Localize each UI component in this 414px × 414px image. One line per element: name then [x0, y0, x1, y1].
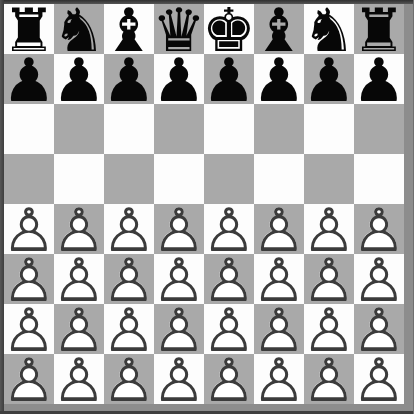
white-pawn-icon: ♟ [304, 255, 354, 305]
white-pawn-icon: ♟ [204, 355, 254, 405]
white-pawn-outline-icon: ♙ [354, 255, 404, 305]
square-e6[interactable] [204, 104, 254, 154]
square-d8[interactable]: ♛ [154, 4, 204, 54]
square-c2[interactable]: ♟♙ [104, 304, 154, 354]
square-c8[interactable]: ♝ [104, 4, 154, 54]
white-pawn-icon: ♟ [104, 255, 154, 305]
square-b3[interactable]: ♟♙ [54, 254, 104, 304]
square-h6[interactable] [354, 104, 404, 154]
white-pawn-icon: ♟ [254, 305, 304, 355]
square-c3[interactable]: ♟♙ [104, 254, 154, 304]
white-pawn-outline-icon: ♙ [104, 255, 154, 305]
square-a3[interactable]: ♟♙ [4, 254, 54, 304]
square-c1[interactable]: ♟♙ [104, 354, 154, 404]
white-pawn-outline-icon: ♙ [154, 205, 204, 255]
black-king-icon: ♚ [204, 5, 254, 55]
white-pawn-icon: ♟ [354, 305, 404, 355]
square-b2[interactable]: ♟♙ [54, 304, 104, 354]
white-pawn-icon: ♟ [4, 255, 54, 305]
square-b6[interactable] [54, 104, 104, 154]
square-c4[interactable]: ♟♙ [104, 204, 154, 254]
square-f4[interactable]: ♟♙ [254, 204, 304, 254]
white-pawn-outline-icon: ♙ [154, 305, 204, 355]
square-g7[interactable]: ♟ [304, 54, 354, 104]
square-a6[interactable] [4, 104, 54, 154]
white-pawn-outline-icon: ♙ [4, 355, 54, 405]
square-a8[interactable]: ♜ [4, 4, 54, 54]
square-f2[interactable]: ♟♙ [254, 304, 304, 354]
black-pawn-icon: ♟ [354, 55, 404, 105]
black-pawn-icon: ♟ [154, 55, 204, 105]
white-pawn-icon: ♟ [154, 205, 204, 255]
black-pawn-icon: ♟ [54, 55, 104, 105]
square-d7[interactable]: ♟ [154, 54, 204, 104]
white-pawn-outline-icon: ♙ [204, 355, 254, 405]
square-g5[interactable] [304, 154, 354, 204]
black-rook-icon: ♜ [354, 5, 404, 55]
white-pawn-icon: ♟ [104, 355, 154, 405]
white-pawn-outline-icon: ♙ [304, 305, 354, 355]
white-pawn-outline-icon: ♙ [254, 355, 304, 405]
white-pawn-outline-icon: ♙ [104, 355, 154, 405]
square-b5[interactable] [54, 154, 104, 204]
square-d1[interactable]: ♟♙ [154, 354, 204, 404]
black-rook-icon: ♜ [4, 5, 54, 55]
white-pawn-outline-icon: ♙ [54, 355, 104, 405]
white-pawn-icon: ♟ [54, 305, 104, 355]
white-pawn-icon: ♟ [54, 255, 104, 305]
white-pawn-icon: ♟ [204, 305, 254, 355]
black-pawn-icon: ♟ [254, 55, 304, 105]
white-pawn-outline-icon: ♙ [54, 305, 104, 355]
white-pawn-outline-icon: ♙ [4, 305, 54, 355]
square-e7[interactable]: ♟ [204, 54, 254, 104]
square-b7[interactable]: ♟ [54, 54, 104, 104]
chess-board-frame: ♜♞♝♛♚♝♞♜♟♟♟♟♟♟♟♟♟♙♟♙♟♙♟♙♟♙♟♙♟♙♟♙♟♙♟♙♟♙♟♙… [0, 0, 414, 414]
white-pawn-outline-icon: ♙ [54, 255, 104, 305]
white-pawn-icon: ♟ [4, 205, 54, 255]
black-pawn-icon: ♟ [104, 55, 154, 105]
white-pawn-icon: ♟ [104, 205, 154, 255]
square-e4[interactable]: ♟♙ [204, 204, 254, 254]
white-pawn-outline-icon: ♙ [304, 205, 354, 255]
white-pawn-icon: ♟ [54, 355, 104, 405]
square-g4[interactable]: ♟♙ [304, 204, 354, 254]
white-pawn-icon: ♟ [304, 355, 354, 405]
square-h7[interactable]: ♟ [354, 54, 404, 104]
square-b4[interactable]: ♟♙ [54, 204, 104, 254]
black-pawn-icon: ♟ [4, 55, 54, 105]
square-f1[interactable]: ♟♙ [254, 354, 304, 404]
white-pawn-outline-icon: ♙ [104, 305, 154, 355]
white-pawn-outline-icon: ♙ [354, 355, 404, 405]
square-a2[interactable]: ♟♙ [4, 304, 54, 354]
square-c6[interactable] [104, 104, 154, 154]
square-e3[interactable]: ♟♙ [204, 254, 254, 304]
square-c7[interactable]: ♟ [104, 54, 154, 104]
square-h3[interactable]: ♟♙ [354, 254, 404, 304]
black-pawn-icon: ♟ [304, 55, 354, 105]
white-pawn-icon: ♟ [4, 305, 54, 355]
white-pawn-icon: ♟ [304, 205, 354, 255]
square-d2[interactable]: ♟♙ [154, 304, 204, 354]
chess-board: ♜♞♝♛♚♝♞♜♟♟♟♟♟♟♟♟♟♙♟♙♟♙♟♙♟♙♟♙♟♙♟♙♟♙♟♙♟♙♟♙… [4, 4, 404, 404]
white-pawn-icon: ♟ [354, 255, 404, 305]
black-bishop-icon: ♝ [254, 5, 304, 55]
square-h4[interactable]: ♟♙ [354, 204, 404, 254]
square-c5[interactable] [104, 154, 154, 204]
black-knight-icon: ♞ [54, 5, 104, 55]
square-g2[interactable]: ♟♙ [304, 304, 354, 354]
white-pawn-icon: ♟ [154, 255, 204, 305]
square-f7[interactable]: ♟ [254, 54, 304, 104]
black-knight-icon: ♞ [304, 5, 354, 55]
square-f3[interactable]: ♟♙ [254, 254, 304, 304]
white-pawn-icon: ♟ [304, 305, 354, 355]
white-pawn-icon: ♟ [154, 355, 204, 405]
white-pawn-icon: ♟ [254, 255, 304, 305]
square-h5[interactable] [354, 154, 404, 204]
square-e1[interactable]: ♟♙ [204, 354, 254, 404]
white-pawn-outline-icon: ♙ [4, 205, 54, 255]
square-e2[interactable]: ♟♙ [204, 304, 254, 354]
white-pawn-outline-icon: ♙ [204, 205, 254, 255]
square-h2[interactable]: ♟♙ [354, 304, 404, 354]
white-pawn-outline-icon: ♙ [4, 255, 54, 305]
square-h1[interactable]: ♟♙ [354, 354, 404, 404]
black-queen-icon: ♛ [154, 5, 204, 55]
square-b1[interactable]: ♟♙ [54, 354, 104, 404]
white-pawn-icon: ♟ [204, 205, 254, 255]
black-pawn-icon: ♟ [204, 55, 254, 105]
square-f8[interactable]: ♝ [254, 4, 304, 54]
white-pawn-icon: ♟ [54, 205, 104, 255]
white-pawn-icon: ♟ [354, 355, 404, 405]
square-g1[interactable]: ♟♙ [304, 354, 354, 404]
square-d4[interactable]: ♟♙ [154, 204, 204, 254]
square-d5[interactable] [154, 154, 204, 204]
square-h8[interactable]: ♜ [354, 4, 404, 54]
white-pawn-outline-icon: ♙ [354, 205, 404, 255]
white-pawn-outline-icon: ♙ [154, 255, 204, 305]
white-pawn-outline-icon: ♙ [54, 205, 104, 255]
square-g3[interactable]: ♟♙ [304, 254, 354, 304]
white-pawn-outline-icon: ♙ [304, 355, 354, 405]
white-pawn-outline-icon: ♙ [254, 305, 304, 355]
white-pawn-outline-icon: ♙ [254, 255, 304, 305]
square-a1[interactable]: ♟♙ [4, 354, 54, 404]
square-a5[interactable] [4, 154, 54, 204]
square-g6[interactable] [304, 104, 354, 154]
square-d3[interactable]: ♟♙ [154, 254, 204, 304]
square-g8[interactable]: ♞ [304, 4, 354, 54]
frame-left-edge [0, 0, 4, 414]
white-pawn-icon: ♟ [254, 205, 304, 255]
square-b8[interactable]: ♞ [54, 4, 104, 54]
frame-top-edge [0, 0, 414, 4]
white-pawn-icon: ♟ [354, 205, 404, 255]
square-e8[interactable]: ♚ [204, 4, 254, 54]
white-pawn-icon: ♟ [154, 305, 204, 355]
square-d6[interactable] [154, 104, 204, 154]
square-e5[interactable] [204, 154, 254, 204]
white-pawn-icon: ♟ [4, 355, 54, 405]
white-pawn-icon: ♟ [204, 255, 254, 305]
white-pawn-outline-icon: ♙ [204, 255, 254, 305]
square-f5[interactable] [254, 154, 304, 204]
square-f6[interactable] [254, 104, 304, 154]
black-bishop-icon: ♝ [104, 5, 154, 55]
white-pawn-icon: ♟ [104, 305, 154, 355]
white-pawn-outline-icon: ♙ [354, 305, 404, 355]
square-a7[interactable]: ♟ [4, 54, 54, 104]
white-pawn-outline-icon: ♙ [154, 355, 204, 405]
white-pawn-icon: ♟ [254, 355, 304, 405]
square-a4[interactable]: ♟♙ [4, 204, 54, 254]
white-pawn-outline-icon: ♙ [304, 255, 354, 305]
white-pawn-outline-icon: ♙ [254, 205, 304, 255]
white-pawn-outline-icon: ♙ [104, 205, 154, 255]
white-pawn-outline-icon: ♙ [204, 305, 254, 355]
